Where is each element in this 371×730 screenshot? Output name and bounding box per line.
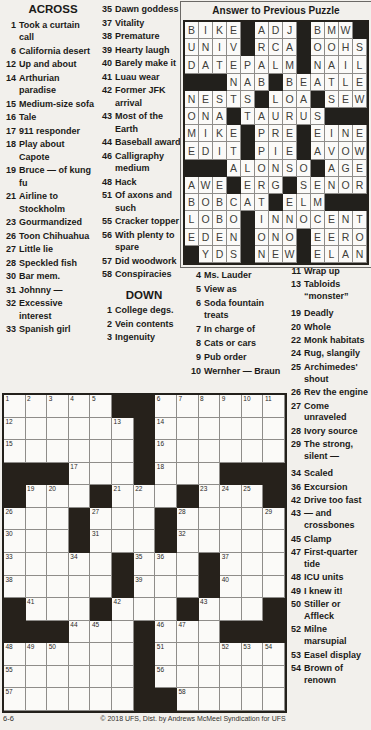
puzzle-cell (263, 553, 285, 576)
answer-letter-cell: E (241, 177, 255, 194)
answer-letter-cell: E (311, 125, 325, 142)
answer-letter-cell: E (297, 74, 311, 91)
puzzle-cell (155, 598, 177, 621)
cell-number: 43 (200, 598, 207, 606)
answer-letter-cell: S (311, 108, 325, 125)
puzzle-cell (199, 508, 221, 531)
puzzle-block-cell (263, 621, 285, 644)
puzzle-cell (242, 508, 264, 531)
clue-down-13: 13Tabloids “monster” (287, 279, 371, 303)
clue-down-3: 3Ingenuity (98, 331, 182, 344)
answer-letter-cell: A (241, 194, 255, 211)
clue-across-33: 33Spanish girl (2, 323, 96, 336)
puzzle-block-cell (90, 485, 112, 508)
answer-letter-cell: H (339, 39, 353, 56)
answer-letter-cell: A (297, 91, 311, 108)
clue-text: Most of the Earth (115, 110, 182, 135)
clue-number: 10 (185, 365, 201, 377)
puzzle-cell (47, 418, 69, 441)
cell-number: 17 (70, 463, 77, 471)
puzzle-cell (220, 418, 242, 441)
answer-letter-cell: B (255, 74, 269, 91)
answer-letter-cell: E (227, 56, 241, 73)
puzzle-cell: 32 (177, 530, 199, 553)
answer-letter-cell: E (311, 229, 325, 246)
answer-letter-cell: A (339, 246, 353, 263)
clue-number: 48 (287, 572, 301, 584)
puzzle-cell: 3 (47, 395, 69, 418)
clue-number: 28 (2, 257, 16, 270)
puzzle-cell (199, 463, 221, 486)
clue-down-47: 47First-quarter tide (287, 547, 371, 571)
clue-text: First-quarter tide (304, 547, 371, 571)
clue-text: Easel display (304, 650, 371, 662)
clue-number: 19 (2, 164, 16, 189)
puzzle-block-cell (90, 598, 112, 621)
clue-across-38: 38Premature (98, 30, 182, 43)
clue-down-4: 4Ms. Lauder (185, 269, 285, 281)
puzzle-cell (263, 530, 285, 553)
puzzle-cell (69, 576, 91, 599)
clue-number: 43 (98, 110, 112, 135)
puzzle-block-cell (26, 621, 48, 644)
puzzle-cell (47, 576, 69, 599)
answer-block-cell (241, 39, 255, 56)
answer-letter-cell: T (213, 56, 227, 73)
clue-across-16: 16Tale (2, 111, 96, 124)
clue-number: 51 (98, 189, 112, 214)
clue-number: 57 (98, 255, 112, 268)
clue-down-48: 48ICU units (287, 572, 371, 584)
answer-block-cell (227, 108, 241, 125)
answer-letter-cell: E (199, 91, 213, 108)
answer-letter-cell: E (325, 229, 339, 246)
answer-letter-cell: A (227, 160, 241, 177)
cell-number: 23 (200, 485, 207, 493)
answer-letter-cell: L (325, 246, 339, 263)
cell-number: 40 (222, 576, 229, 584)
answer-letter-cell: T (227, 91, 241, 108)
clue-number: 36 (287, 482, 301, 494)
clue-text: Drive too fast (304, 495, 371, 507)
answer-letter-cell: L (297, 194, 311, 211)
puzzle-cell (47, 508, 69, 531)
answer-block-cell (297, 22, 311, 39)
puzzle-cell (155, 576, 177, 599)
puzzle-cell (134, 530, 156, 553)
cell-number: 48 (6, 643, 13, 651)
cell-number: 57 (6, 688, 13, 696)
clue-across-46: 46Calligraphy medium (98, 150, 182, 175)
clue-text: California desert (19, 45, 96, 58)
puzzle-cell (177, 553, 199, 576)
clue-number: 14 (2, 72, 16, 97)
puzzle-cell (263, 440, 285, 463)
clue-number: 15 (2, 98, 16, 111)
puzzle-cell (199, 530, 221, 553)
middle-clue-column: 35Dawn goddess37Vitality38Premature39Hea… (98, 3, 182, 345)
cell-number: 16 (157, 440, 164, 448)
cell-number: 2 (27, 395, 31, 403)
cell-number: 49 (27, 643, 34, 651)
clue-text: Excessive interest (19, 297, 96, 322)
puzzle-block-cell (112, 576, 134, 599)
answer-letter-cell: E (353, 74, 367, 91)
answer-letter-cell: O (325, 39, 339, 56)
puzzle-cell: 20 (47, 485, 69, 508)
clue-down-1: 1College degs. (98, 304, 182, 317)
clue-down-42: 42Drive too fast (287, 495, 371, 507)
puzzle-cell: 14 (155, 418, 177, 441)
puzzle-cell: 48 (4, 643, 26, 666)
cell-number: 15 (6, 440, 13, 448)
puzzle-cell: 39 (134, 576, 156, 599)
puzzle-cell: 8 (199, 395, 221, 418)
answer-block-cell (353, 194, 367, 211)
answer-letter-cell: A (185, 177, 199, 194)
clue-number: 46 (98, 150, 112, 175)
answer-letter-cell: V (227, 39, 241, 56)
puzzle-block-cell (69, 530, 91, 553)
clue-number: 21 (2, 190, 16, 215)
puzzle-cell (199, 643, 221, 666)
cell-number: 25 (243, 485, 250, 493)
clue-text: Whole (304, 322, 371, 334)
cell-number: 38 (6, 576, 13, 584)
answer-letter-cell: O (255, 160, 269, 177)
clue-text: Vitality (115, 17, 182, 30)
cell-number: 35 (135, 553, 142, 561)
puzzle-cell: 2 (26, 395, 48, 418)
clue-across-44: 44Baseball award (98, 136, 182, 149)
puzzle-cell: 16 (155, 440, 177, 463)
clue-across-27: 27Little lie (2, 243, 96, 256)
answer-letter-cell: O (339, 142, 353, 159)
answer-block-cell (185, 246, 199, 263)
clue-number: 45 (287, 534, 301, 546)
puzzle-block-cell (177, 485, 199, 508)
clue-number: 39 (98, 44, 112, 57)
answer-letter-cell: R (353, 177, 367, 194)
clue-text: Excursion (304, 482, 371, 494)
answer-letter-cell: E (213, 229, 227, 246)
answer-letter-cell: U (185, 39, 199, 56)
answer-letter-cell: O (339, 177, 353, 194)
puzzle-cell (112, 530, 134, 553)
clue-text: Archimedes' shout (304, 362, 371, 386)
clue-down-43: 43— and crossbones (287, 508, 371, 532)
clue-across-37: 37Vitality (98, 17, 182, 30)
answer-letter-cell: A (255, 22, 269, 39)
clue-across-56: 56With plenty to spare (98, 229, 182, 254)
puzzle-cell (26, 418, 48, 441)
clue-text: Play about Capote (19, 138, 96, 163)
clue-across-58: 58Conspiracies (98, 268, 182, 281)
puzzle-cell: 5 (90, 395, 112, 418)
clue-down-36: 36Excursion (287, 482, 371, 494)
clue-number: 16 (2, 111, 16, 124)
puzzle-cell: 13 (112, 418, 134, 441)
clue-down-28: 28Ivory source (287, 426, 371, 438)
cell-number: 44 (70, 621, 77, 629)
answer-letter-cell: P (255, 125, 269, 142)
answer-letter-cell: D (199, 229, 213, 246)
puzzle-block-cell (134, 463, 156, 486)
answer-letter-cell: B (311, 22, 325, 39)
puzzle-cell: 24 (220, 485, 242, 508)
answer-letter-cell: S (241, 91, 255, 108)
puzzle-block-cell (242, 463, 264, 486)
answer-letter-cell: W (353, 142, 367, 159)
answer-letter-cell: D (213, 246, 227, 263)
clue-down-54: 54Brown of renown (287, 663, 371, 687)
answer-letter-cell: R (339, 229, 353, 246)
answer-letter-cell: E (353, 125, 367, 142)
clue-number: 6 (185, 297, 201, 322)
puzzle-cell: 23 (199, 485, 221, 508)
answer-letter-cell: W (199, 177, 213, 194)
answer-letter-cell: E (227, 125, 241, 142)
puzzle-cell: 28 (177, 508, 199, 531)
answer-letter-cell: K (213, 22, 227, 39)
puzzle-cell: 15 (4, 440, 26, 463)
answer-letter-cell: N (269, 160, 283, 177)
puzzle-cell: 11 (263, 395, 285, 418)
clue-text: Conspiracies (115, 268, 182, 281)
answer-letter-cell: M (325, 22, 339, 39)
answer-letter-cell: I (213, 142, 227, 159)
cell-number: 31 (92, 530, 99, 538)
answer-letter-cell: N (185, 91, 199, 108)
answer-letter-cell: A (241, 74, 255, 91)
answer-letter-cell: E (353, 160, 367, 177)
clue-number: 30 (2, 270, 16, 283)
clue-number: 11 (287, 266, 301, 278)
puzzle-cell (90, 576, 112, 599)
answer-letter-cell: I (199, 125, 213, 142)
puzzle-cell (199, 666, 221, 689)
clue-number: 29 (287, 439, 301, 463)
puzzle-cell (242, 688, 264, 711)
clue-number: 55 (98, 215, 112, 228)
clue-down-19: 19Deadly (287, 308, 371, 320)
answer-letter-cell: I (213, 39, 227, 56)
clue-across-12: 12Up and about (2, 58, 96, 71)
puzzle-cell (220, 598, 242, 621)
clue-text: View as (204, 283, 285, 295)
clue-text: Johnny — (19, 284, 96, 297)
previous-puzzle-solution-grid: BIKEADJBMWUNIVRCAOOHSDATEPALMNAILNABBEAT… (183, 20, 369, 265)
answer-letter-cell: N (199, 39, 213, 56)
clue-number: 2 (98, 318, 112, 331)
cell-number: 52 (222, 643, 229, 651)
cell-number: 55 (6, 666, 13, 674)
cell-number: 41 (27, 598, 34, 606)
clue-text: Rev the engine (304, 387, 371, 399)
answer-block-cell (241, 22, 255, 39)
puzzle-cell: 21 (112, 485, 134, 508)
copyright-line: © 2018 UFS, Dist. by Andrews McMeel Synd… (78, 715, 308, 722)
answer-letter-cell: W (339, 22, 353, 39)
puzzle-block-cell (134, 688, 156, 711)
clue-across-31: 31Johnny — (2, 284, 96, 297)
clue-text: Monk habitats (304, 335, 371, 347)
clue-number: 1 (2, 19, 16, 44)
cell-number: 18 (157, 463, 164, 471)
puzzle-cell: 42 (112, 598, 134, 621)
puzzle-cell (263, 576, 285, 599)
clue-across-28: 28Speckled fish (2, 257, 96, 270)
puzzle-block-cell (263, 485, 285, 508)
puzzle-cell (47, 553, 69, 576)
clue-down-27: 27Come unraveled (287, 401, 371, 425)
down-clues-1-3: 1College degs.2Vein contents3Ingenuity (98, 304, 182, 344)
answer-letter-cell: O (255, 229, 269, 246)
answer-letter-cell: A (311, 74, 325, 91)
cell-number: 47 (178, 621, 185, 629)
answer-letter-cell: N (199, 108, 213, 125)
cell-number: 46 (157, 621, 164, 629)
puzzle-cell: 57 (4, 688, 26, 711)
answer-block-cell (227, 177, 241, 194)
puzzle-cell: 50 (47, 643, 69, 666)
answer-block-cell (283, 177, 297, 194)
clue-text: Milne marsupial (304, 624, 371, 648)
puzzle-cell (47, 666, 69, 689)
clue-number: 9 (185, 351, 201, 363)
puzzle-block-cell (47, 463, 69, 486)
answer-letter-cell: R (269, 125, 283, 142)
puzzle-cell (220, 440, 242, 463)
answer-letter-cell: T (255, 194, 269, 211)
puzzle-cell (26, 530, 48, 553)
clue-across-14: 14Arthurian paradise (2, 72, 96, 97)
puzzle-cell: 43 (199, 598, 221, 621)
puzzle-cell (69, 485, 91, 508)
answer-letter-cell: I (255, 211, 269, 228)
cell-number: 39 (135, 576, 142, 584)
clue-text: Gourmandized (19, 216, 96, 229)
puzzle-cell: 40 (220, 576, 242, 599)
clue-number: 37 (98, 17, 112, 30)
answer-letter-cell: N (255, 246, 269, 263)
puzzle-cell (90, 666, 112, 689)
down-clue-column-middle: 4Ms. Lauder5View as6Soda fountain treats… (185, 269, 285, 379)
clue-text: Ingenuity (115, 331, 182, 344)
answer-letter-cell: O (199, 194, 213, 211)
clue-down-8: 8Cats or cars (185, 337, 285, 349)
puzzle-cell (263, 688, 285, 711)
down-clues-11-54: 11Wrap up13Tabloids “monster”19Deadly20W… (287, 266, 371, 687)
answer-letter-cell: N (339, 211, 353, 228)
clue-text: In charge of (204, 323, 285, 335)
puzzle-cell (26, 576, 48, 599)
puzzle-block-cell (134, 666, 156, 689)
puzzle-cell: 52 (220, 643, 242, 666)
puzzle-cell (112, 440, 134, 463)
answer-letter-cell: I (339, 56, 353, 73)
clue-text: Come unraveled (304, 401, 371, 425)
clue-down-6: 6Soda fountain treats (185, 297, 285, 322)
clue-text: College degs. (115, 304, 182, 317)
puzzle-cell: 51 (155, 643, 177, 666)
clue-across-39: 39Hearty laugh (98, 44, 182, 57)
clue-text: Baseball award (115, 136, 182, 149)
answer-letter-cell: N (283, 211, 297, 228)
clue-text: Spanish girl (19, 323, 96, 336)
answer-letter-cell: E (213, 177, 227, 194)
down-clues-4-10: 4Ms. Lauder5View as6Soda fountain treats… (185, 269, 285, 377)
answer-letter-cell: B (185, 194, 199, 211)
answer-block-cell (325, 194, 339, 211)
across-clue-column: ACROSS 1Took a curtain call6California d… (2, 3, 96, 337)
answer-letter-cell: E (185, 229, 199, 246)
clue-number: 50 (287, 599, 301, 623)
clue-text: Bruce — of kung fu (19, 164, 96, 189)
down-clue-column-right: 11Wrap up13Tabloids “monster”19Deadly20W… (287, 266, 371, 689)
clue-text: Tale (19, 111, 96, 124)
cell-number: 6 (157, 395, 161, 403)
clue-text: Hearty laugh (115, 44, 182, 57)
clue-down-26: 26Rev the engine (287, 387, 371, 399)
puzzle-cell (26, 666, 48, 689)
clue-text: Barely make it (115, 57, 182, 70)
clue-text: Brown of renown (304, 663, 371, 687)
puzzle-block-cell (69, 508, 91, 531)
puzzle-cell: 26 (4, 508, 26, 531)
clue-down-2: 2Vein contents (98, 318, 182, 331)
clue-across-41: 41Luau wear (98, 71, 182, 84)
answer-letter-cell: O (297, 160, 311, 177)
answer-letter-cell: M (185, 125, 199, 142)
clue-number: 20 (287, 322, 301, 334)
answer-letter-cell: D (199, 142, 213, 159)
clue-text: With plenty to spare (115, 229, 182, 254)
clue-across-35: 35Dawn goddess (98, 3, 182, 16)
clue-down-10: 10Wernher — Braun (185, 365, 285, 377)
answer-letter-cell: E (339, 91, 353, 108)
puzzle-cell (90, 688, 112, 711)
answer-block-cell (255, 91, 269, 108)
answer-box-title: Answer to Previous Puzzle (181, 2, 371, 16)
answer-block-cell (185, 160, 199, 177)
answer-letter-cell: T (325, 74, 339, 91)
clue-down-29: 29The strong, silent — (287, 439, 371, 463)
answer-block-cell (297, 246, 311, 263)
puzzle-cell (90, 553, 112, 576)
answer-letter-cell: A (255, 108, 269, 125)
clue-across-30: 30Bar mem. (2, 270, 96, 283)
answer-letter-cell: O (199, 211, 213, 228)
puzzle-cell (155, 485, 177, 508)
puzzle-block-cell (4, 463, 26, 486)
answer-letter-cell: R (283, 108, 297, 125)
clue-text: Vein contents (115, 318, 182, 331)
answer-letter-cell: I (269, 142, 283, 159)
clue-down-45: 45Clamp (287, 534, 371, 546)
clue-number: 7 (185, 323, 201, 335)
clue-number: 52 (287, 624, 301, 648)
answer-letter-cell: E (185, 142, 199, 159)
answer-block-cell (241, 125, 255, 142)
puzzle-cell: 25 (242, 485, 264, 508)
puzzle-cell: 17 (69, 463, 91, 486)
clue-number: 47 (287, 547, 301, 571)
cell-number: 5 (92, 395, 96, 403)
cell-number: 1 (6, 395, 10, 403)
puzzle-cell (26, 508, 48, 531)
puzzle-block-cell (134, 395, 156, 418)
